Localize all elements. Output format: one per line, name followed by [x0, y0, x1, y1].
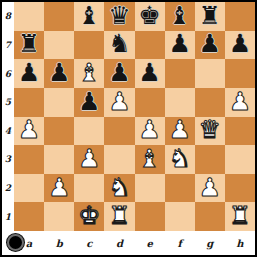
piece-black-pawn-f7[interactable]: ♟ [168, 31, 190, 56]
square-h8[interactable] [225, 2, 255, 31]
square-f1[interactable] [165, 202, 195, 231]
square-g7[interactable]: ♟ [195, 31, 225, 60]
piece-black-pawn-g7[interactable]: ♟ [199, 31, 221, 56]
rank-label-5: 5 [2, 88, 14, 117]
piece-white-pawn-c3[interactable]: ♟ [78, 146, 100, 171]
piece-black-bishop-c8[interactable]: ♝ [78, 3, 100, 28]
piece-white-pawn-b2[interactable]: ♟ [48, 175, 70, 200]
rank-label-8: 8 [2, 2, 14, 31]
piece-black-pawn-c5[interactable]: ♟ [78, 89, 100, 114]
piece-black-bishop-f8[interactable]: ♝ [168, 3, 190, 28]
rank-label-6: 6 [2, 59, 14, 88]
square-f2[interactable] [165, 174, 195, 203]
square-b8[interactable] [44, 2, 74, 31]
square-c4[interactable] [74, 117, 104, 146]
square-h4[interactable] [225, 117, 255, 146]
square-e5[interactable] [135, 88, 165, 117]
square-e1[interactable] [135, 202, 165, 231]
square-g6[interactable] [195, 59, 225, 88]
square-b5[interactable] [44, 88, 74, 117]
square-a1[interactable] [14, 202, 44, 231]
square-f6[interactable] [165, 59, 195, 88]
piece-white-bishop-c6[interactable]: ♝ [78, 60, 100, 85]
file-label-b: b [44, 238, 74, 249]
square-h3[interactable] [225, 145, 255, 174]
square-f3[interactable]: ♞ [165, 145, 195, 174]
square-a8[interactable] [14, 2, 44, 31]
square-f4[interactable]: ♟ [165, 117, 195, 146]
square-b3[interactable] [44, 145, 74, 174]
piece-black-pawn-b6[interactable]: ♟ [48, 60, 70, 85]
square-d5[interactable]: ♟ [104, 88, 134, 117]
piece-black-queen-d8[interactable]: ♛ [108, 3, 130, 28]
square-h5[interactable]: ♟ [225, 88, 255, 117]
piece-black-pawn-d6[interactable]: ♟ [108, 60, 130, 85]
piece-white-knight-d2[interactable]: ♞ [108, 175, 130, 200]
square-g3[interactable] [195, 145, 225, 174]
file-label-e: e [135, 238, 165, 249]
square-b7[interactable] [44, 31, 74, 60]
piece-black-knight-d7[interactable]: ♞ [108, 31, 130, 56]
file-label-g: g [195, 238, 225, 249]
square-d6[interactable]: ♟ [104, 59, 134, 88]
piece-white-pawn-e4[interactable]: ♟ [138, 117, 160, 142]
square-b6[interactable]: ♟ [44, 59, 74, 88]
square-e4[interactable]: ♟ [135, 117, 165, 146]
rank-label-3: 3 [2, 145, 14, 174]
square-c2[interactable] [74, 174, 104, 203]
piece-white-rook-d1[interactable]: ♜ [108, 203, 130, 228]
square-c3[interactable]: ♟ [74, 145, 104, 174]
square-g2[interactable]: ♟ [195, 174, 225, 203]
piece-white-pawn-f4[interactable]: ♟ [168, 117, 190, 142]
square-g8[interactable]: ♜ [195, 2, 225, 31]
piece-black-pawn-h7[interactable]: ♟ [229, 31, 251, 56]
piece-white-pawn-d5[interactable]: ♟ [108, 89, 130, 114]
square-h2[interactable] [225, 174, 255, 203]
square-f7[interactable]: ♟ [165, 31, 195, 60]
piece-white-bishop-e3[interactable]: ♝ [138, 146, 160, 171]
rank-label-7: 7 [2, 31, 14, 60]
rank-label-4: 4 [2, 117, 14, 146]
piece-black-rook-g8[interactable]: ♜ [199, 3, 221, 28]
chess-board-widget: 87654321 ♝♛♚♝♜♜♞♟♟♟♟♟♝♟♟♟♟♟♟♟♟♛♟♝♞♟♞♟♚♜♜… [0, 0, 257, 257]
square-f8[interactable]: ♝ [165, 2, 195, 31]
square-c5[interactable]: ♟ [74, 88, 104, 117]
rank-label-2: 2 [2, 174, 14, 203]
file-label-f: f [165, 238, 195, 249]
square-c1[interactable]: ♚ [74, 202, 104, 231]
square-a7[interactable]: ♜ [14, 31, 44, 60]
square-a3[interactable] [14, 145, 44, 174]
square-c6[interactable]: ♝ [74, 59, 104, 88]
square-e2[interactable] [135, 174, 165, 203]
square-e3[interactable]: ♝ [135, 145, 165, 174]
square-e6[interactable]: ♟ [135, 59, 165, 88]
piece-black-pawn-a6[interactable]: ♟ [18, 60, 40, 85]
square-b1[interactable] [44, 202, 74, 231]
square-g1[interactable] [195, 202, 225, 231]
square-d4[interactable] [104, 117, 134, 146]
square-b4[interactable] [44, 117, 74, 146]
corner-cell [2, 231, 14, 255]
rank-labels: 87654321 [2, 2, 14, 231]
file-label-c: c [74, 238, 104, 249]
square-b2[interactable]: ♟ [44, 174, 74, 203]
chess-board: ♝♛♚♝♜♜♞♟♟♟♟♟♝♟♟♟♟♟♟♟♟♛♟♝♞♟♞♟♚♜♜ [14, 2, 255, 231]
piece-white-rook-h1[interactable]: ♜ [229, 203, 251, 228]
piece-white-queen-g4[interactable]: ♛ [199, 117, 221, 142]
piece-white-king-c1[interactable]: ♚ [78, 203, 100, 228]
square-f5[interactable] [165, 88, 195, 117]
square-e7[interactable] [135, 31, 165, 60]
square-g5[interactable] [195, 88, 225, 117]
square-d1[interactable]: ♜ [104, 202, 134, 231]
piece-white-pawn-a4[interactable]: ♟ [18, 117, 40, 142]
square-a2[interactable] [14, 174, 44, 203]
square-g4[interactable]: ♛ [195, 117, 225, 146]
square-d8[interactable]: ♛ [104, 2, 134, 31]
square-d2[interactable]: ♞ [104, 174, 134, 203]
square-a6[interactable]: ♟ [14, 59, 44, 88]
square-h6[interactable] [225, 59, 255, 88]
rank-label-1: 1 [2, 202, 14, 231]
square-h1[interactable]: ♜ [225, 202, 255, 231]
file-labels: abcdefgh [14, 231, 255, 255]
piece-black-pawn-e6[interactable]: ♟ [138, 60, 160, 85]
square-d7[interactable]: ♞ [104, 31, 134, 60]
piece-black-king-e8[interactable]: ♚ [138, 3, 160, 28]
square-c7[interactable] [74, 31, 104, 60]
square-e8[interactable]: ♚ [135, 2, 165, 31]
piece-white-pawn-h5[interactable]: ♟ [229, 89, 251, 114]
file-label-h: h [225, 238, 255, 249]
piece-white-pawn-g2[interactable]: ♟ [199, 175, 221, 200]
square-d3[interactable] [104, 145, 134, 174]
piece-black-rook-a7[interactable]: ♜ [18, 31, 40, 56]
piece-white-knight-f3[interactable]: ♞ [168, 146, 190, 171]
file-label-d: d [104, 238, 134, 249]
black-to-move-indicator [7, 234, 24, 251]
square-h7[interactable]: ♟ [225, 31, 255, 60]
square-a5[interactable] [14, 88, 44, 117]
square-c8[interactable]: ♝ [74, 2, 104, 31]
square-a4[interactable]: ♟ [14, 117, 44, 146]
